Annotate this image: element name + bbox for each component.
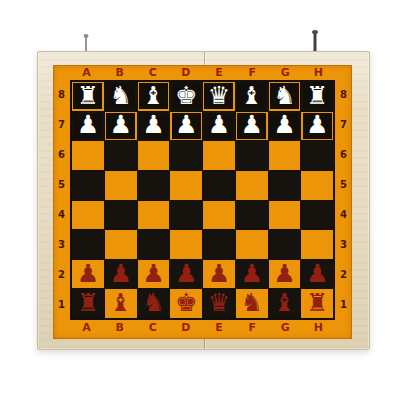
square-b8[interactable]: ♞: [105, 82, 137, 111]
square-d8[interactable]: ♚: [170, 82, 202, 111]
piece-red-bishop-g1[interactable]: ♝: [270, 291, 299, 317]
square-b5[interactable]: [105, 171, 137, 200]
file-label-c: C: [136, 67, 169, 78]
square-h5[interactable]: [301, 171, 333, 200]
rank-label-4: 4: [335, 210, 352, 220]
file-label-h: H: [302, 322, 335, 333]
square-e2[interactable]: ♟: [203, 260, 235, 289]
file-label-c: C: [136, 322, 169, 333]
rank-label-6: 6: [335, 150, 352, 160]
white-pawn-glyph: ♟: [175, 112, 197, 137]
square-e7[interactable]: ♟: [203, 112, 235, 141]
square-a5[interactable]: [72, 171, 104, 200]
white-knight-glyph: ♞: [109, 83, 131, 108]
file-label-g: G: [269, 322, 302, 333]
square-h2[interactable]: ♟: [301, 260, 333, 289]
square-a6[interactable]: [72, 141, 104, 170]
piece-white-pawn-e7[interactable]: ♟: [204, 113, 233, 139]
rank-label-1: 1: [53, 300, 70, 310]
piece-white-queen-e8[interactable]: ♛: [204, 83, 233, 109]
photo-background: ABCDEFGH 87654321 ♜♞♝♚♛♝♞♜♟♟♟♟♟♟♟♟♟♟♟♟♟♟…: [0, 0, 400, 400]
square-d6[interactable]: [170, 141, 202, 170]
square-b2[interactable]: ♟: [105, 260, 137, 289]
red-knight-glyph: ♞: [142, 290, 164, 315]
white-rook-glyph: ♜: [306, 83, 328, 108]
white-pawn-glyph: ♟: [77, 112, 99, 137]
piece-white-pawn-a7[interactable]: ♟: [73, 113, 102, 139]
rank-label-5: 5: [53, 180, 70, 190]
file-label-e: E: [203, 67, 236, 78]
piece-red-pawn-h2[interactable]: ♟: [303, 261, 332, 287]
square-e4[interactable]: [203, 201, 235, 230]
rank-label-8: 8: [335, 90, 352, 100]
square-b1[interactable]: ♝: [105, 289, 137, 318]
piece-white-rook-h8[interactable]: ♜: [303, 83, 332, 109]
square-a4[interactable]: [72, 201, 104, 230]
piece-red-queen-e1[interactable]: ♛: [204, 291, 233, 317]
white-pawn-glyph: ♟: [240, 112, 262, 137]
square-f6[interactable]: [236, 141, 268, 170]
file-label-d: D: [169, 322, 202, 333]
square-h4[interactable]: [301, 201, 333, 230]
rank-label-7: 7: [53, 120, 70, 130]
square-f3[interactable]: [236, 230, 268, 259]
piece-red-pawn-c2[interactable]: ♟: [139, 261, 168, 287]
rank-label-3: 3: [53, 240, 70, 250]
piece-white-pawn-c7[interactable]: ♟: [139, 113, 168, 139]
piece-red-bishop-b1[interactable]: ♝: [106, 291, 135, 317]
piece-red-pawn-a2[interactable]: ♟: [73, 261, 102, 287]
piece-red-pawn-d2[interactable]: ♟: [172, 261, 201, 287]
file-label-a: A: [70, 322, 103, 333]
file-label-d: D: [169, 67, 202, 78]
piece-white-pawn-b7[interactable]: ♟: [106, 113, 135, 139]
square-d5[interactable]: [170, 171, 202, 200]
square-f5[interactable]: [236, 171, 268, 200]
square-d2[interactable]: ♟: [170, 260, 202, 289]
square-e1[interactable]: ♛: [203, 289, 235, 318]
white-rook-glyph: ♜: [77, 83, 99, 108]
square-c7[interactable]: ♟: [138, 112, 170, 141]
rank-label-4: 4: [53, 210, 70, 220]
square-d7[interactable]: ♟: [170, 112, 202, 141]
red-bishop-glyph: ♝: [109, 290, 131, 315]
file-label-b: B: [103, 322, 136, 333]
piece-red-pawn-b2[interactable]: ♟: [106, 261, 135, 287]
piece-white-rook-a8[interactable]: ♜: [73, 83, 102, 109]
square-g6[interactable]: [269, 141, 301, 170]
file-labels-bottom: ABCDEFGH: [53, 320, 352, 339]
red-pawn-glyph: ♟: [175, 261, 197, 286]
white-queen-glyph: ♛: [208, 83, 230, 108]
square-d1[interactable]: ♚: [170, 289, 202, 318]
rank-labels-left: 87654321: [53, 80, 70, 320]
square-c3[interactable]: [138, 230, 170, 259]
square-b3[interactable]: [105, 230, 137, 259]
rank-label-8: 8: [53, 90, 70, 100]
rank-label-1: 1: [335, 300, 352, 310]
square-f1[interactable]: ♞: [236, 289, 268, 318]
rank-label-7: 7: [335, 120, 352, 130]
file-label-f: F: [236, 67, 269, 78]
square-a2[interactable]: ♟: [72, 260, 104, 289]
square-a8[interactable]: ♜: [72, 82, 104, 111]
square-e5[interactable]: [203, 171, 235, 200]
square-g5[interactable]: [269, 171, 301, 200]
white-pawn-glyph: ♟: [142, 112, 164, 137]
piece-red-rook-h1[interactable]: ♜: [303, 291, 332, 317]
rank-labels-right: 87654321: [335, 80, 352, 320]
square-b4[interactable]: [105, 201, 137, 230]
red-pawn-glyph: ♟: [142, 261, 164, 286]
piece-red-pawn-e2[interactable]: ♟: [204, 261, 233, 287]
piece-red-king-d1[interactable]: ♚: [172, 291, 201, 317]
file-label-g: G: [269, 67, 302, 78]
white-pawn-glyph: ♟: [273, 112, 295, 137]
piece-white-knight-b8[interactable]: ♞: [106, 83, 135, 109]
white-bishop-glyph: ♝: [142, 83, 164, 108]
red-pawn-glyph: ♟: [306, 261, 328, 286]
square-h1[interactable]: ♜: [301, 289, 333, 318]
piece-red-rook-a1[interactable]: ♜: [73, 291, 102, 317]
square-a7[interactable]: ♟: [72, 112, 104, 141]
piece-white-knight-g8[interactable]: ♞: [270, 83, 299, 109]
file-labels-top: ABCDEFGH: [53, 65, 352, 80]
white-bishop-glyph: ♝: [240, 83, 262, 108]
chess-board: ♜♞♝♚♛♝♞♜♟♟♟♟♟♟♟♟♟♟♟♟♟♟♟♟♜♝♞♚♛♞♝♜: [70, 80, 335, 320]
red-pawn-glyph: ♟: [208, 261, 230, 286]
square-e8[interactable]: ♛: [203, 82, 235, 111]
square-d4[interactable]: [170, 201, 202, 230]
square-h8[interactable]: ♜: [301, 82, 333, 111]
piece-red-pawn-g2[interactable]: ♟: [270, 261, 299, 287]
red-rook-glyph: ♜: [77, 290, 99, 315]
red-bishop-glyph: ♝: [273, 290, 295, 315]
red-pawn-glyph: ♟: [273, 261, 295, 286]
square-h3[interactable]: [301, 230, 333, 259]
square-f8[interactable]: ♝: [236, 82, 268, 111]
red-queen-glyph: ♛: [208, 290, 230, 315]
square-e3[interactable]: [203, 230, 235, 259]
piece-red-knight-c1[interactable]: ♞: [139, 291, 168, 317]
square-f2[interactable]: ♟: [236, 260, 268, 289]
rank-label-3: 3: [335, 240, 352, 250]
square-c6[interactable]: [138, 141, 170, 170]
square-g2[interactable]: ♟: [269, 260, 301, 289]
square-a1[interactable]: ♜: [72, 289, 104, 318]
square-g3[interactable]: [269, 230, 301, 259]
piece-white-king-d8[interactable]: ♚: [172, 83, 201, 109]
white-king-glyph: ♚: [175, 83, 197, 108]
rank-label-2: 2: [53, 270, 70, 280]
square-d3[interactable]: [170, 230, 202, 259]
white-pawn-glyph: ♟: [208, 112, 230, 137]
piece-red-pawn-f2[interactable]: ♟: [237, 261, 266, 287]
square-c4[interactable]: [138, 201, 170, 230]
square-g4[interactable]: [269, 201, 301, 230]
square-g1[interactable]: ♝: [269, 289, 301, 318]
white-knight-glyph: ♞: [273, 83, 295, 108]
piece-white-pawn-h7[interactable]: ♟: [303, 113, 332, 139]
square-f4[interactable]: [236, 201, 268, 230]
square-g7[interactable]: ♟: [269, 112, 301, 141]
file-label-b: B: [103, 67, 136, 78]
square-c2[interactable]: ♟: [138, 260, 170, 289]
red-pawn-glyph: ♟: [77, 261, 99, 286]
file-label-f: F: [236, 322, 269, 333]
file-label-h: H: [302, 67, 335, 78]
file-label-a: A: [70, 67, 103, 78]
piece-white-bishop-c8[interactable]: ♝: [139, 83, 168, 109]
square-c5[interactable]: [138, 171, 170, 200]
piece-white-pawn-g7[interactable]: ♟: [270, 113, 299, 139]
white-pawn-glyph: ♟: [306, 112, 328, 137]
piece-white-pawn-f7[interactable]: ♟: [237, 113, 266, 139]
square-c1[interactable]: ♞: [138, 289, 170, 318]
white-pawn-glyph: ♟: [109, 112, 131, 137]
piece-white-pawn-d7[interactable]: ♟: [172, 113, 201, 139]
square-f7[interactable]: ♟: [236, 112, 268, 141]
piece-white-bishop-f8[interactable]: ♝: [237, 83, 266, 109]
square-h6[interactable]: [301, 141, 333, 170]
square-c8[interactable]: ♝: [138, 82, 170, 111]
red-pawn-glyph: ♟: [109, 261, 131, 286]
piece-red-knight-f1[interactable]: ♞: [237, 291, 266, 317]
chessboard-sheet: ABCDEFGH 87654321 ♜♞♝♚♛♝♞♜♟♟♟♟♟♟♟♟♟♟♟♟♟♟…: [53, 65, 352, 339]
rank-label-5: 5: [335, 180, 352, 190]
square-b7[interactable]: ♟: [105, 112, 137, 141]
square-e6[interactable]: [203, 141, 235, 170]
red-rook-glyph: ♜: [306, 290, 328, 315]
rank-label-6: 6: [53, 150, 70, 160]
square-h7[interactable]: ♟: [301, 112, 333, 141]
file-label-e: E: [203, 322, 236, 333]
square-g8[interactable]: ♞: [269, 82, 301, 111]
red-pawn-glyph: ♟: [240, 261, 262, 286]
red-knight-glyph: ♞: [240, 290, 262, 315]
red-king-glyph: ♚: [175, 290, 197, 315]
square-b6[interactable]: [105, 141, 137, 170]
square-a3[interactable]: [72, 230, 104, 259]
rank-label-2: 2: [335, 270, 352, 280]
